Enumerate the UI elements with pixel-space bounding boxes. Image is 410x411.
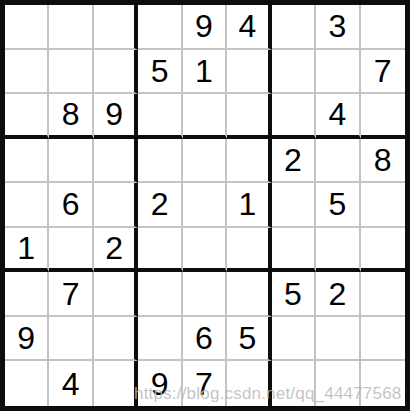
cell-r6c1[interactable]: 1 [5, 228, 49, 273]
cell-r5c6[interactable]: 1 [227, 183, 271, 228]
cell-r4c1[interactable] [5, 139, 49, 184]
cell-r4c6[interactable] [227, 139, 271, 184]
cell-r6c9[interactable] [361, 228, 405, 273]
cell-r1c1[interactable] [5, 5, 49, 50]
cell-r9c6[interactable] [227, 361, 271, 406]
cell-r4c3[interactable] [94, 139, 138, 184]
cell-r2c1[interactable] [5, 50, 49, 95]
cell-r9c9[interactable] [361, 361, 405, 406]
cell-r8c1[interactable]: 9 [5, 317, 49, 362]
cell-r1c2[interactable] [49, 5, 93, 50]
cell-r3c1[interactable] [5, 94, 49, 139]
cell-r6c2[interactable] [49, 228, 93, 273]
cell-r2c9[interactable]: 7 [361, 50, 405, 95]
cell-r6c6[interactable] [227, 228, 271, 273]
cell-r7c7[interactable]: 5 [272, 272, 316, 317]
cell-r9c8[interactable] [316, 361, 360, 406]
cell-r5c9[interactable] [361, 183, 405, 228]
cell-r4c8[interactable] [316, 139, 360, 184]
cell-r8c6[interactable]: 5 [227, 317, 271, 362]
cell-r1c5[interactable]: 9 [183, 5, 227, 50]
cell-r3c8[interactable]: 4 [316, 94, 360, 139]
cell-r5c1[interactable] [5, 183, 49, 228]
cell-r1c7[interactable] [272, 5, 316, 50]
cell-r7c1[interactable] [5, 272, 49, 317]
cell-r3c7[interactable] [272, 94, 316, 139]
cell-r5c2[interactable]: 6 [49, 183, 93, 228]
cell-r7c8[interactable]: 2 [316, 272, 360, 317]
cell-r5c5[interactable] [183, 183, 227, 228]
cell-r3c9[interactable] [361, 94, 405, 139]
cell-r4c2[interactable] [49, 139, 93, 184]
cell-r6c5[interactable] [183, 228, 227, 273]
sudoku-board: https://blog.csdn.net/qq_44477568 943517… [0, 0, 410, 411]
cell-r4c5[interactable] [183, 139, 227, 184]
cell-r2c2[interactable] [49, 50, 93, 95]
cell-r3c4[interactable] [138, 94, 182, 139]
cell-r3c3[interactable]: 9 [94, 94, 138, 139]
cell-r9c3[interactable] [94, 361, 138, 406]
cell-r8c7[interactable] [272, 317, 316, 362]
cell-r7c4[interactable] [138, 272, 182, 317]
cell-r2c6[interactable] [227, 50, 271, 95]
cell-r7c2[interactable]: 7 [49, 272, 93, 317]
cell-r2c4[interactable]: 5 [138, 50, 182, 95]
cell-r6c3[interactable]: 2 [94, 228, 138, 273]
cell-r9c4[interactable]: 9 [138, 361, 182, 406]
cell-r5c8[interactable]: 5 [316, 183, 360, 228]
cell-r9c1[interactable] [5, 361, 49, 406]
cell-r8c9[interactable] [361, 317, 405, 362]
cell-r4c7[interactable]: 2 [272, 139, 316, 184]
cell-r3c5[interactable] [183, 94, 227, 139]
cell-r8c4[interactable] [138, 317, 182, 362]
cell-r7c9[interactable] [361, 272, 405, 317]
cell-r6c8[interactable] [316, 228, 360, 273]
cell-r7c5[interactable] [183, 272, 227, 317]
cell-r9c7[interactable] [272, 361, 316, 406]
cell-r3c6[interactable] [227, 94, 271, 139]
cell-r2c5[interactable]: 1 [183, 50, 227, 95]
cell-r1c3[interactable] [94, 5, 138, 50]
cell-r4c4[interactable] [138, 139, 182, 184]
cell-r5c3[interactable] [94, 183, 138, 228]
cell-r7c3[interactable] [94, 272, 138, 317]
cell-r7c6[interactable] [227, 272, 271, 317]
cell-r9c2[interactable]: 4 [49, 361, 93, 406]
cell-r1c9[interactable] [361, 5, 405, 50]
cell-r6c7[interactable] [272, 228, 316, 273]
cell-r1c6[interactable]: 4 [227, 5, 271, 50]
cell-r2c7[interactable] [272, 50, 316, 95]
cell-r1c4[interactable] [138, 5, 182, 50]
cell-r4c9[interactable]: 8 [361, 139, 405, 184]
cell-r2c3[interactable] [94, 50, 138, 95]
cell-r6c4[interactable] [138, 228, 182, 273]
cell-r5c4[interactable]: 2 [138, 183, 182, 228]
cell-r8c2[interactable] [49, 317, 93, 362]
cell-r5c7[interactable] [272, 183, 316, 228]
cell-r8c3[interactable] [94, 317, 138, 362]
cell-r1c8[interactable]: 3 [316, 5, 360, 50]
cell-r8c5[interactable]: 6 [183, 317, 227, 362]
cell-r9c5[interactable]: 7 [183, 361, 227, 406]
cell-r2c8[interactable] [316, 50, 360, 95]
cell-r8c8[interactable] [316, 317, 360, 362]
cell-r3c2[interactable]: 8 [49, 94, 93, 139]
